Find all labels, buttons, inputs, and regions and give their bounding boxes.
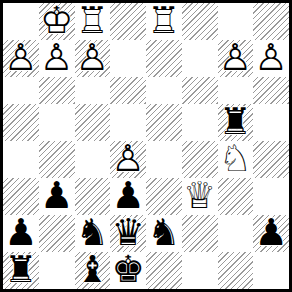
square-b3[interactable]: ♟	[39, 178, 75, 215]
piece-white-pawn: ♟♙	[255, 39, 288, 76]
square-c1[interactable]: ♝	[75, 252, 111, 289]
square-c7[interactable]: ♟♙	[75, 40, 111, 77]
square-g8[interactable]	[218, 3, 254, 40]
square-d8[interactable]	[110, 3, 146, 40]
square-b2[interactable]	[39, 215, 75, 252]
square-c8[interactable]: ♜♖	[75, 3, 111, 40]
piece-white-rook: ♜♖	[147, 2, 180, 39]
piece-white-pawn: ♟♙	[40, 39, 73, 76]
square-f1[interactable]	[182, 252, 218, 289]
piece-white-king: ♚♔	[40, 2, 73, 39]
piece-black-knight: ♞	[76, 214, 109, 251]
square-a8[interactable]	[3, 3, 39, 40]
piece-white-rook: ♜♖	[76, 2, 109, 39]
square-e6[interactable]	[146, 77, 182, 104]
square-b6[interactable]	[39, 77, 75, 104]
square-d7[interactable]	[110, 40, 146, 77]
square-f8[interactable]	[182, 3, 218, 40]
square-c5[interactable]	[75, 104, 111, 141]
square-g5[interactable]: ♜	[218, 104, 254, 141]
square-b7[interactable]: ♟♙	[39, 40, 75, 77]
piece-white-pawn: ♟♙	[4, 39, 37, 76]
square-d6[interactable]	[110, 77, 146, 104]
square-h6[interactable]	[253, 77, 289, 104]
piece-white-knight: ♞♘	[219, 140, 252, 177]
square-d4[interactable]: ♟♙	[110, 141, 146, 178]
square-b1[interactable]	[39, 252, 75, 289]
square-b8[interactable]: ♚♔	[39, 3, 75, 40]
square-e5[interactable]	[146, 104, 182, 141]
piece-black-bishop: ♝	[76, 251, 109, 288]
piece-white-queen: ♛♕	[183, 177, 216, 214]
square-a4[interactable]	[3, 141, 39, 178]
square-h2[interactable]: ♟	[253, 215, 289, 252]
square-b5[interactable]	[39, 104, 75, 141]
square-f7[interactable]	[182, 40, 218, 77]
square-c4[interactable]	[75, 141, 111, 178]
piece-black-pawn: ♟	[40, 177, 73, 214]
square-a3[interactable]	[3, 178, 39, 215]
piece-white-pawn: ♟♙	[219, 39, 252, 76]
square-h8[interactable]	[253, 3, 289, 40]
chess-board: ♚♔♜♖♜♖♟♙♟♙♟♙♟♙♟♙♜♟♙♞♘♟♟♛♕♟♞♛♞♟♜♝♚	[0, 0, 292, 292]
square-h7[interactable]: ♟♙	[253, 40, 289, 77]
piece-white-pawn: ♟♙	[112, 140, 145, 177]
chess-diagram: ♚♔♜♖♜♖♟♙♟♙♟♙♟♙♟♙♜♟♙♞♘♟♟♛♕♟♞♛♞♟♜♝♚	[0, 0, 292, 292]
square-a1[interactable]: ♜	[3, 252, 39, 289]
square-f3[interactable]: ♛♕	[182, 178, 218, 215]
square-e4[interactable]	[146, 141, 182, 178]
square-h5[interactable]	[253, 104, 289, 141]
piece-black-knight: ♞	[147, 214, 180, 251]
square-h1[interactable]	[253, 252, 289, 289]
square-g3[interactable]	[218, 178, 254, 215]
piece-black-queen: ♛	[112, 214, 145, 251]
square-e1[interactable]	[146, 252, 182, 289]
square-b4[interactable]	[39, 141, 75, 178]
square-e7[interactable]	[146, 40, 182, 77]
square-e8[interactable]: ♜♖	[146, 3, 182, 40]
square-h4[interactable]	[253, 141, 289, 178]
square-d5[interactable]	[110, 104, 146, 141]
piece-black-pawn: ♟	[112, 177, 145, 214]
piece-white-pawn: ♟♙	[76, 39, 109, 76]
square-c2[interactable]: ♞	[75, 215, 111, 252]
square-g1[interactable]	[218, 252, 254, 289]
square-h3[interactable]	[253, 178, 289, 215]
square-a5[interactable]	[3, 104, 39, 141]
square-d3[interactable]: ♟	[110, 178, 146, 215]
square-c3[interactable]	[75, 178, 111, 215]
square-a7[interactable]: ♟♙	[3, 40, 39, 77]
square-f5[interactable]	[182, 104, 218, 141]
square-e3[interactable]	[146, 178, 182, 215]
square-d2[interactable]: ♛	[110, 215, 146, 252]
square-e2[interactable]: ♞	[146, 215, 182, 252]
square-d1[interactable]: ♚	[110, 252, 146, 289]
square-a2[interactable]: ♟	[3, 215, 39, 252]
piece-black-rook: ♜	[219, 103, 252, 140]
square-g4[interactable]: ♞♘	[218, 141, 254, 178]
square-g7[interactable]: ♟♙	[218, 40, 254, 77]
square-f6[interactable]	[182, 77, 218, 104]
piece-black-king: ♚	[112, 251, 145, 288]
square-f4[interactable]	[182, 141, 218, 178]
square-a6[interactable]	[3, 77, 39, 104]
piece-black-pawn: ♟	[255, 214, 288, 251]
square-f2[interactable]	[182, 215, 218, 252]
square-g2[interactable]	[218, 215, 254, 252]
piece-black-pawn: ♟	[4, 214, 37, 251]
square-c6[interactable]	[75, 77, 111, 104]
piece-black-rook: ♜	[4, 251, 37, 288]
